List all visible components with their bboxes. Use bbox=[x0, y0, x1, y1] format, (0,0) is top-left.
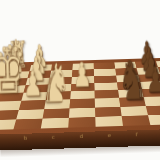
square-h5[interactable] bbox=[95, 116, 123, 127]
board-grid: ♜♟♟♜♞♟♟♞♝♟♟♝♛♟♟♛♚♟♟♚♞♞ bbox=[0, 61, 160, 131]
board-tilt-group: ♜♟♟♜♞♟♟♞♝♟♟♝♛♟♟♛♚♟♟♚♞♞ abcdefgh bbox=[0, 0, 160, 160]
square-d4[interactable]: ♟ bbox=[71, 83, 95, 91]
file-label-c: c bbox=[52, 135, 55, 140]
square-f3[interactable]: ♞ bbox=[44, 99, 70, 109]
square-h4[interactable] bbox=[68, 117, 95, 128]
piece-white-pawn[interactable]: ♟ bbox=[72, 58, 92, 93]
piece-black-knight[interactable]: ♞ bbox=[117, 54, 148, 108]
file-label-e: e bbox=[108, 133, 111, 138]
board-frame: ♜♟♟♜♞♟♟♞♝♟♟♝♛♟♟♛♚♟♟♚♞♞ bbox=[0, 57, 160, 136]
square-e1[interactable]: ♚ bbox=[0, 93, 24, 102]
square-f5[interactable] bbox=[95, 98, 121, 107]
square-h1[interactable] bbox=[0, 119, 16, 130]
square-g4[interactable] bbox=[69, 107, 95, 117]
file-label-d: d bbox=[80, 134, 83, 139]
square-h7[interactable] bbox=[148, 114, 160, 125]
square-h2[interactable] bbox=[13, 118, 42, 129]
file-label-f: f bbox=[136, 132, 138, 137]
chess-board: ♜♟♟♜♞♟♟♞♝♟♟♝♛♟♟♛♚♟♟♚♞♞ bbox=[0, 57, 160, 136]
piece-white-knight[interactable]: ♞ bbox=[40, 57, 71, 111]
square-h3[interactable] bbox=[41, 118, 69, 129]
square-h6[interactable] bbox=[122, 115, 151, 126]
square-f6[interactable]: ♞ bbox=[119, 97, 146, 106]
chess-set-photo: ♜♟♟♜♞♟♟♞♝♟♟♝♛♟♟♛♚♟♟♚♞♞ abcdefgh bbox=[0, 0, 160, 160]
square-g5[interactable] bbox=[95, 107, 122, 117]
file-label-b: b bbox=[24, 136, 27, 141]
